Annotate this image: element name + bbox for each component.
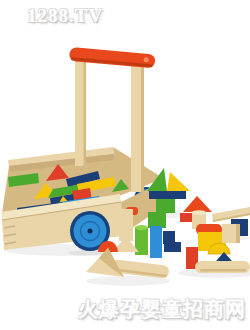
- right-post-shading: [141, 62, 144, 192]
- watermark-huobao: 火爆孕婴童招商网: [78, 296, 246, 323]
- toy-cart-illustration: [0, 0, 250, 330]
- watermark-1288tv: 1288.TV: [27, 5, 103, 27]
- right-block-cluster: [164, 224, 250, 273]
- product-image: 1288.TV 火爆孕婴童招商网: [0, 0, 250, 330]
- left-post-shading: [84, 58, 87, 166]
- wheel-axle-hole: [88, 229, 93, 234]
